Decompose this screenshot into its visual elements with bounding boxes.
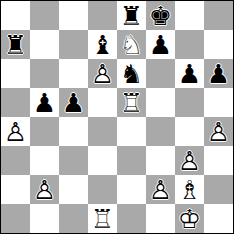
black-bishop: ♝ (88, 30, 117, 59)
black-pawn: ♟ (59, 88, 88, 117)
black-pawn: ♟ (204, 59, 233, 88)
piece-outline-glyph: ♙ (146, 175, 175, 204)
square-d1[interactable]: ♜♖ (88, 204, 117, 233)
white-pawn: ♟♙ (1, 117, 30, 146)
white-rook: ♜♖ (117, 88, 146, 117)
square-f6[interactable] (146, 59, 175, 88)
square-a5[interactable] (1, 88, 30, 117)
square-g7[interactable] (175, 30, 204, 59)
square-d2[interactable] (88, 175, 117, 204)
square-e2[interactable] (117, 175, 146, 204)
square-e8[interactable]: ♜ (117, 1, 146, 30)
piece-fill-glyph: ♜ (117, 1, 146, 30)
square-g6[interactable]: ♟ (175, 59, 204, 88)
square-b3[interactable] (30, 146, 59, 175)
square-b4[interactable] (30, 117, 59, 146)
square-g1[interactable]: ♚♔ (175, 204, 204, 233)
square-h6[interactable]: ♟ (204, 59, 233, 88)
square-g5[interactable] (175, 88, 204, 117)
white-pawn: ♟♙ (30, 175, 59, 204)
square-a6[interactable] (1, 59, 30, 88)
piece-fill-glyph: ♟ (175, 59, 204, 88)
square-b5[interactable]: ♟ (30, 88, 59, 117)
black-rook: ♜ (1, 30, 30, 59)
white-rook: ♜♖ (88, 204, 117, 233)
black-pawn: ♟ (175, 59, 204, 88)
square-f2[interactable]: ♟♙ (146, 175, 175, 204)
square-g4[interactable] (175, 117, 204, 146)
square-e7[interactable]: ♞♘ (117, 30, 146, 59)
square-h8[interactable] (204, 1, 233, 30)
piece-fill-glyph: ♟ (30, 88, 59, 117)
square-h3[interactable] (204, 146, 233, 175)
square-e5[interactable]: ♜♖ (117, 88, 146, 117)
square-d6[interactable]: ♟♙ (88, 59, 117, 88)
piece-outline-glyph: ♙ (1, 117, 30, 146)
square-b6[interactable] (30, 59, 59, 88)
square-g8[interactable] (175, 1, 204, 30)
square-b8[interactable] (30, 1, 59, 30)
piece-outline-glyph: ♙ (175, 146, 204, 175)
square-c3[interactable] (59, 146, 88, 175)
square-d4[interactable] (88, 117, 117, 146)
piece-fill-glyph: ♜ (1, 30, 30, 59)
piece-fill-glyph: ♟ (204, 59, 233, 88)
square-f8[interactable]: ♚ (146, 1, 175, 30)
piece-outline-glyph: ♙ (30, 175, 59, 204)
square-c4[interactable] (59, 117, 88, 146)
chess-board: ♜♚♜♝♞♘♟♟♙♞♟♟♟♟♜♖♟♙♟♙♟♙♟♙♟♙♝♗♜♖♚♔ (0, 0, 234, 234)
square-c6[interactable] (59, 59, 88, 88)
black-pawn: ♟ (30, 88, 59, 117)
square-c1[interactable] (59, 204, 88, 233)
square-d3[interactable] (88, 146, 117, 175)
square-f7[interactable]: ♟ (146, 30, 175, 59)
white-bishop: ♝♗ (175, 175, 204, 204)
piece-outline-glyph: ♗ (175, 175, 204, 204)
square-f3[interactable] (146, 146, 175, 175)
square-b2[interactable]: ♟♙ (30, 175, 59, 204)
white-pawn: ♟♙ (175, 146, 204, 175)
square-e4[interactable] (117, 117, 146, 146)
square-b1[interactable] (30, 204, 59, 233)
square-c5[interactable]: ♟ (59, 88, 88, 117)
white-king: ♚♔ (175, 204, 204, 233)
piece-fill-glyph: ♟ (146, 30, 175, 59)
square-h7[interactable] (204, 30, 233, 59)
piece-outline-glyph: ♖ (88, 204, 117, 233)
square-a7[interactable]: ♜ (1, 30, 30, 59)
square-f5[interactable] (146, 88, 175, 117)
piece-outline-glyph: ♘ (117, 30, 146, 59)
square-a4[interactable]: ♟♙ (1, 117, 30, 146)
black-rook: ♜ (117, 1, 146, 30)
square-c2[interactable] (59, 175, 88, 204)
square-h1[interactable] (204, 204, 233, 233)
black-king: ♚ (146, 1, 175, 30)
square-e3[interactable] (117, 146, 146, 175)
square-a2[interactable] (1, 175, 30, 204)
square-a3[interactable] (1, 146, 30, 175)
white-knight: ♞♘ (117, 30, 146, 59)
square-h5[interactable] (204, 88, 233, 117)
square-h4[interactable]: ♟♙ (204, 117, 233, 146)
square-e1[interactable] (117, 204, 146, 233)
white-pawn: ♟♙ (204, 117, 233, 146)
piece-outline-glyph: ♖ (117, 88, 146, 117)
piece-fill-glyph: ♞ (117, 59, 146, 88)
square-d8[interactable] (88, 1, 117, 30)
square-e6[interactable]: ♞ (117, 59, 146, 88)
square-a8[interactable] (1, 1, 30, 30)
piece-outline-glyph: ♙ (204, 117, 233, 146)
square-f4[interactable] (146, 117, 175, 146)
piece-outline-glyph: ♙ (88, 59, 117, 88)
square-g3[interactable]: ♟♙ (175, 146, 204, 175)
black-knight: ♞ (117, 59, 146, 88)
square-d5[interactable] (88, 88, 117, 117)
white-pawn: ♟♙ (146, 175, 175, 204)
piece-fill-glyph: ♚ (146, 1, 175, 30)
square-h2[interactable] (204, 175, 233, 204)
square-a1[interactable] (1, 204, 30, 233)
square-d7[interactable]: ♝ (88, 30, 117, 59)
square-b7[interactable] (30, 30, 59, 59)
square-g2[interactable]: ♝♗ (175, 175, 204, 204)
black-pawn: ♟ (146, 30, 175, 59)
piece-outline-glyph: ♔ (175, 204, 204, 233)
white-pawn: ♟♙ (88, 59, 117, 88)
piece-fill-glyph: ♝ (88, 30, 117, 59)
piece-fill-glyph: ♟ (59, 88, 88, 117)
square-c7[interactable] (59, 30, 88, 59)
square-c8[interactable] (59, 1, 88, 30)
square-f1[interactable] (146, 204, 175, 233)
